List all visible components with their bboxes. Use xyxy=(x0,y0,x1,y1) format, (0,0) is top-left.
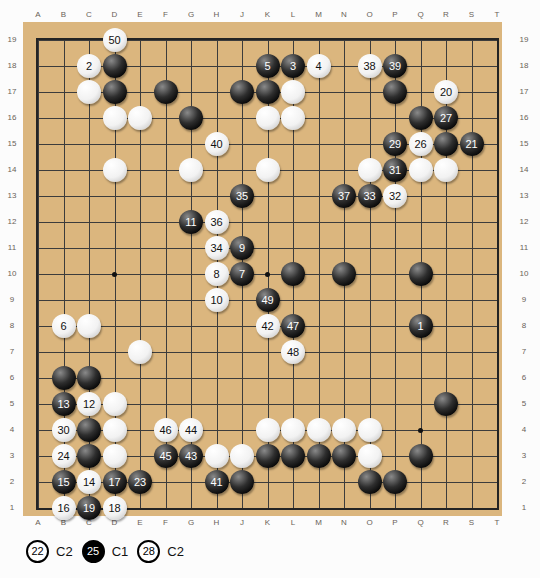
stone-white-N4 xyxy=(332,418,356,442)
row-label-left-19: 19 xyxy=(0,35,24,44)
stone-white-E16 xyxy=(128,106,152,130)
row-label-left-8: 8 xyxy=(0,321,24,330)
stone-black-J11: 9 xyxy=(230,236,254,260)
stone-black-N3 xyxy=(332,444,356,468)
stone-white-M18: 4 xyxy=(307,54,331,78)
row-label-right-5: 5 xyxy=(512,399,536,408)
row-label-left-12: 12 xyxy=(0,217,24,226)
row-label-right-1: 1 xyxy=(512,503,536,512)
stone-black-D18 xyxy=(103,54,127,78)
row-label-right-17: 17 xyxy=(512,87,536,96)
stone-black-L18: 3 xyxy=(281,54,305,78)
stone-white-O14 xyxy=(358,158,382,182)
stone-black-R15 xyxy=(434,132,458,156)
legend-item-move-28: 28 C2 xyxy=(137,540,184,563)
stone-white-F4: 46 xyxy=(154,418,178,442)
stone-black-D2: 17 xyxy=(103,470,127,494)
stone-white-H10: 8 xyxy=(205,262,229,286)
row-label-left-7: 7 xyxy=(0,347,24,356)
stone-white-D5 xyxy=(103,392,127,416)
stone-black-Q10 xyxy=(409,262,433,286)
column-label-top-Q: Q xyxy=(409,10,433,19)
stone-black-C1: 19 xyxy=(77,496,101,520)
stone-white-R17: 20 xyxy=(434,80,458,104)
column-label-top-B: B xyxy=(52,10,76,19)
stone-black-F17 xyxy=(154,80,178,104)
stone-white-D4 xyxy=(103,418,127,442)
stone-black-K17 xyxy=(256,80,280,104)
stone-black-P14: 31 xyxy=(383,158,407,182)
stone-white-B4: 30 xyxy=(52,418,76,442)
stone-white-L17 xyxy=(281,80,305,104)
stone-black-G3: 43 xyxy=(179,444,203,468)
stone-white-J3 xyxy=(230,444,254,468)
row-label-right-4: 4 xyxy=(512,425,536,434)
row-label-right-15: 15 xyxy=(512,139,536,148)
column-label-top-L: L xyxy=(281,10,305,19)
stone-white-H9: 10 xyxy=(205,288,229,312)
stone-black-N10 xyxy=(332,262,356,286)
row-label-right-14: 14 xyxy=(512,165,536,174)
column-label-top-E: E xyxy=(128,10,152,19)
stone-white-D3 xyxy=(103,444,127,468)
row-label-right-10: 10 xyxy=(512,269,536,278)
stone-black-R16: 27 xyxy=(434,106,458,130)
move-legend: 22 C2 25 C1 28 C2 xyxy=(26,540,184,563)
stone-black-K18: 5 xyxy=(256,54,280,78)
row-label-left-6: 6 xyxy=(0,373,24,382)
stone-black-K3 xyxy=(256,444,280,468)
column-label-top-M: M xyxy=(307,10,331,19)
column-label-top-O: O xyxy=(358,10,382,19)
row-label-right-7: 7 xyxy=(512,347,536,356)
stone-white-G14 xyxy=(179,158,203,182)
stone-black-J13: 35 xyxy=(230,184,254,208)
stone-white-O3 xyxy=(358,444,382,468)
stone-white-C18: 2 xyxy=(77,54,101,78)
row-label-left-11: 11 xyxy=(0,243,24,252)
stone-black-B2: 15 xyxy=(52,470,76,494)
row-label-left-5: 5 xyxy=(0,399,24,408)
stone-white-K16 xyxy=(256,106,280,130)
stone-white-B8: 6 xyxy=(52,314,76,338)
row-label-right-2: 2 xyxy=(512,477,536,486)
column-label-top-A: A xyxy=(26,10,50,19)
stone-black-G16 xyxy=(179,106,203,130)
stone-white-Q14 xyxy=(409,158,433,182)
stone-black-Q8: 1 xyxy=(409,314,433,338)
column-label-top-T: T xyxy=(485,10,509,19)
row-label-right-8: 8 xyxy=(512,321,536,330)
legend-coord-label-22: C2 xyxy=(56,544,73,559)
legend-item-move-22: 22 C2 xyxy=(26,540,73,563)
stone-white-O18: 38 xyxy=(358,54,382,78)
column-label-top-J: J xyxy=(230,10,254,19)
stone-black-J10: 7 xyxy=(230,262,254,286)
stone-black-P18: 39 xyxy=(383,54,407,78)
stone-white-C17 xyxy=(77,80,101,104)
legend-coord-label-25: C1 xyxy=(112,544,129,559)
stone-white-K14 xyxy=(256,158,280,182)
legend-stone-white-22: 22 xyxy=(26,540,49,563)
legend-coord-label-28: C2 xyxy=(167,544,184,559)
row-label-right-9: 9 xyxy=(512,295,536,304)
row-label-right-3: 3 xyxy=(512,451,536,460)
stone-white-M4 xyxy=(307,418,331,442)
row-label-right-6: 6 xyxy=(512,373,536,382)
stone-white-H12: 36 xyxy=(205,210,229,234)
column-label-top-C: C xyxy=(77,10,101,19)
stone-white-P13: 32 xyxy=(383,184,407,208)
stone-black-C3 xyxy=(77,444,101,468)
column-label-top-F: F xyxy=(154,10,178,19)
stone-white-C2: 14 xyxy=(77,470,101,494)
legend-stone-black-25: 25 xyxy=(82,540,105,563)
row-label-left-2: 2 xyxy=(0,477,24,486)
stone-white-O4 xyxy=(358,418,382,442)
stone-white-D1: 18 xyxy=(103,496,127,520)
stone-white-L7: 48 xyxy=(281,340,305,364)
stone-black-M3 xyxy=(307,444,331,468)
row-label-right-18: 18 xyxy=(512,61,536,70)
stone-black-G12: 11 xyxy=(179,210,203,234)
stone-white-R14 xyxy=(434,158,458,182)
row-label-right-19: 19 xyxy=(512,35,536,44)
stone-black-F3: 45 xyxy=(154,444,178,468)
stone-black-R5 xyxy=(434,392,458,416)
stone-black-K9: 49 xyxy=(256,288,280,312)
row-label-right-12: 12 xyxy=(512,217,536,226)
stone-black-P17 xyxy=(383,80,407,104)
column-label-top-R: R xyxy=(434,10,458,19)
row-label-left-4: 4 xyxy=(0,425,24,434)
stone-black-B6 xyxy=(52,366,76,390)
stone-black-L10 xyxy=(281,262,305,286)
stone-white-Q15: 26 xyxy=(409,132,433,156)
stone-black-J2 xyxy=(230,470,254,494)
row-label-left-17: 17 xyxy=(0,87,24,96)
stone-white-D14 xyxy=(103,158,127,182)
row-label-left-15: 15 xyxy=(0,139,24,148)
row-label-left-9: 9 xyxy=(0,295,24,304)
stone-white-L4 xyxy=(281,418,305,442)
stone-black-P15: 29 xyxy=(383,132,407,156)
stone-black-L3 xyxy=(281,444,305,468)
stone-white-K4 xyxy=(256,418,280,442)
row-label-left-14: 14 xyxy=(0,165,24,174)
stone-black-S15: 21 xyxy=(460,132,484,156)
stone-black-Q16 xyxy=(409,106,433,130)
column-label-top-P: P xyxy=(383,10,407,19)
row-label-left-13: 13 xyxy=(0,191,24,200)
stone-black-O2 xyxy=(358,470,382,494)
stone-white-C8 xyxy=(77,314,101,338)
stone-black-N13: 37 xyxy=(332,184,356,208)
stone-black-C4 xyxy=(77,418,101,442)
stone-black-Q3 xyxy=(409,444,433,468)
row-label-left-16: 16 xyxy=(0,113,24,122)
go-board-grid[interactable]: 5025343839202740292621313537333211363498… xyxy=(25,27,510,521)
stone-black-E2: 23 xyxy=(128,470,152,494)
stone-white-B1: 16 xyxy=(52,496,76,520)
row-label-left-18: 18 xyxy=(0,61,24,70)
stone-white-K8: 42 xyxy=(256,314,280,338)
stone-white-G4: 44 xyxy=(179,418,203,442)
stone-black-P2 xyxy=(383,470,407,494)
column-label-top-N: N xyxy=(332,10,356,19)
stone-white-H3 xyxy=(205,444,229,468)
row-label-right-13: 13 xyxy=(512,191,536,200)
row-label-left-10: 10 xyxy=(0,269,24,278)
legend-stone-white-28: 28 xyxy=(137,540,160,563)
stone-white-H11: 34 xyxy=(205,236,229,260)
row-label-left-3: 3 xyxy=(0,451,24,460)
stone-white-L16 xyxy=(281,106,305,130)
column-label-top-K: K xyxy=(256,10,280,19)
stone-white-H15: 40 xyxy=(205,132,229,156)
stone-black-C6 xyxy=(77,366,101,390)
column-label-top-S: S xyxy=(460,10,484,19)
column-label-top-H: H xyxy=(205,10,229,19)
column-label-top-G: G xyxy=(179,10,203,19)
stone-white-C5: 12 xyxy=(77,392,101,416)
row-label-right-11: 11 xyxy=(512,243,536,252)
stone-black-H2: 41 xyxy=(205,470,229,494)
stone-black-J17 xyxy=(230,80,254,104)
stone-white-D19: 50 xyxy=(103,28,127,52)
legend-item-move-25: 25 C1 xyxy=(82,540,129,563)
stone-black-L8: 47 xyxy=(281,314,305,338)
stone-white-B3: 24 xyxy=(52,444,76,468)
column-label-top-D: D xyxy=(103,10,127,19)
stone-black-B5: 13 xyxy=(52,392,76,416)
stone-white-D16 xyxy=(103,106,127,130)
stone-black-O13: 33 xyxy=(358,184,382,208)
stone-black-D17 xyxy=(103,80,127,104)
row-label-left-1: 1 xyxy=(0,503,24,512)
go-diagram-screen: AABBCCDDEEFFGGHHJJKKLLMMNNOOPPQQRRSSTT19… xyxy=(0,0,540,578)
row-label-right-16: 16 xyxy=(512,113,536,122)
stone-white-E7 xyxy=(128,340,152,364)
